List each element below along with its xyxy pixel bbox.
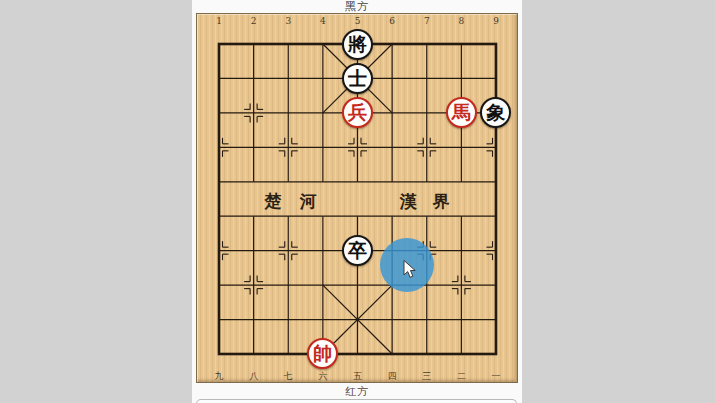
red-side-label: 红方 xyxy=(192,385,522,399)
screen: 黑方 123456789九八七六五四三二一 楚河漢界 將士兵馬象卒帥 红方 xyxy=(0,0,715,403)
bottom-panel-edge xyxy=(196,399,517,403)
xiangqi-board[interactable]: 123456789九八七六五四三二一 楚河漢界 將士兵馬象卒帥 xyxy=(196,13,518,383)
file-label-top: 8 xyxy=(452,16,470,26)
piece-red-soldier[interactable]: 兵 xyxy=(342,97,373,128)
game-panel: 黑方 123456789九八七六五四三二一 楚河漢界 將士兵馬象卒帥 红方 xyxy=(192,0,522,403)
file-label-bottom: 九 xyxy=(210,370,228,383)
file-label-bottom: 三 xyxy=(418,370,436,383)
file-label-bottom: 八 xyxy=(245,370,263,383)
file-label-bottom: 四 xyxy=(383,370,401,383)
piece-red-horse[interactable]: 馬 xyxy=(446,97,477,128)
file-label-top: 3 xyxy=(279,16,297,26)
file-label-top: 2 xyxy=(245,16,263,26)
file-label-top: 4 xyxy=(314,16,332,26)
file-label-bottom: 七 xyxy=(279,370,297,383)
file-label-top: 9 xyxy=(487,16,505,26)
file-label-bottom: 二 xyxy=(452,370,470,383)
file-label-top: 6 xyxy=(383,16,401,26)
file-label-bottom: 六 xyxy=(314,370,332,383)
piece-black-advisor[interactable]: 士 xyxy=(342,63,373,94)
file-label-top: 1 xyxy=(210,16,228,26)
piece-black-general[interactable]: 將 xyxy=(342,29,373,60)
piece-red-general[interactable]: 帥 xyxy=(307,338,338,369)
black-side-label: 黑方 xyxy=(192,0,522,13)
file-label-bottom: 五 xyxy=(349,370,367,383)
pieces-grid: 將士兵馬象卒帥 xyxy=(202,27,514,371)
file-label-top: 5 xyxy=(349,16,367,26)
piece-black-elephant[interactable]: 象 xyxy=(480,97,511,128)
file-label-bottom: 一 xyxy=(487,370,505,383)
piece-black-soldier[interactable]: 卒 xyxy=(342,235,373,266)
file-label-top: 7 xyxy=(418,16,436,26)
